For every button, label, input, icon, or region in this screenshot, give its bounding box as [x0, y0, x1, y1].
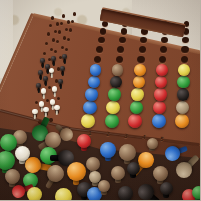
tray-peg-black [138, 184, 154, 200]
tray-peg-brown [119, 144, 136, 164]
tray-peg-red [77, 134, 91, 151]
tray-peg-black [118, 186, 133, 201]
loose-peg-pile [0, 0, 200, 200]
tray-peg-black [160, 182, 173, 198]
tray-peg-brown [111, 166, 125, 183]
tray-peg-black [127, 162, 140, 178]
tray-peg-brown [60, 128, 73, 148]
mastermind-photo-scene: 1 2 3 4 5 [0, 0, 200, 200]
tray-peg-red [12, 185, 25, 201]
tray-peg-blue [100, 142, 116, 161]
tray-peg-yellow [55, 188, 72, 201]
tray-peg-brown [98, 180, 110, 195]
tray-peg-yellow [27, 187, 42, 201]
tray-peg-brown [147, 138, 158, 151]
tray-peg-brown [47, 165, 64, 190]
tray-peg-tan [176, 162, 192, 189]
tray-peg-green [192, 186, 201, 201]
